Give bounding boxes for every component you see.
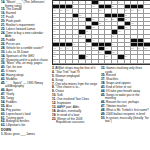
cell-number: 49 [105,47,107,49]
cell-number: 2 [73,1,74,3]
cell-number: 53 [53,51,55,53]
cell-number: 11 [112,5,114,7]
cell-number: 47 [66,47,68,49]
cell-number: 15 [99,9,101,11]
cell-number: 20 [79,14,81,16]
cell-number: 51 [138,47,140,49]
cell-number: 44 [112,43,114,45]
cell-number: 48 [92,47,94,49]
cell-number: 12 [53,9,55,11]
cell-number: 50 [131,47,133,49]
down-clues-right-column: 33. Games involving only three cards35. … [101,67,149,124]
cell-number: 24 [92,18,94,20]
cell-number: 54 [99,51,101,53]
cell-number: 38 [79,35,81,37]
clue-item: 50. In unison, musically (literally "for… [101,117,149,124]
cell-number: 29 [99,22,101,24]
cell-number: 7 [118,1,119,3]
cell-number: 33 [125,26,127,28]
cell-number: 10 [92,5,94,7]
cell-number: 21 [125,14,127,16]
cell-number: 36 [118,30,120,32]
cell-number: 55 [112,51,114,53]
cell-number: 9 [73,5,74,7]
cell-number: 23 [73,18,75,20]
cell-number: 59 [125,55,127,57]
down-clue-list-start: 1. Blues great ___ James [1,133,50,137]
cell-number: 34 [53,30,55,32]
cell-number: 39 [112,35,114,37]
cell-number: 58 [105,55,107,57]
cell-number: 18 [138,9,140,11]
clue-item: 23. Winner of the 2008 Republican caucus… [52,118,98,125]
cell-number: 17 [131,9,133,11]
cell-number: 3 [79,1,80,3]
down-clues-middle-column: 3. Airport shops may be free of it4. "St… [52,67,98,125]
across-clues-column: 14. "Movin' ___" (The Jeffersons' theme … [1,1,50,137]
cell-number: 27 [125,18,127,20]
cell-number: 42 [73,43,75,45]
cell-number: 31 [53,26,55,28]
down-clue-list-right: 33. Games involving only three cards35. … [101,67,149,124]
white-cell[interactable] [144,60,150,64]
cell-number: 56 [53,55,55,57]
cell-number: 41 [92,39,94,41]
cell-number: 35 [86,30,88,32]
cell-number: 45 [53,47,55,49]
cell-number: 57 [86,55,88,57]
across-clue-list: 14. "Movin' ___" (The Jeffersons' theme … [1,1,50,128]
cell-number: 16 [125,9,127,11]
cell-number: 40 [53,39,55,41]
crossword-board[interactable]: 1234567891011121314151617181920212223242… [52,0,150,65]
cell-number: 22 [53,18,55,20]
cell-number: 32 [92,26,94,28]
cell-number: 13 [60,9,62,11]
clue-item: 63. Lilliputian's kin [1,124,50,128]
cell-number: 60 [53,60,55,62]
cell-number: 8 [144,1,145,3]
cell-number: 43 [86,43,88,45]
cell-number: 1 [53,1,54,3]
cell-number: 25 [105,18,107,20]
down-clue-list-middle: 3. Airport shops may be free of it4. "St… [52,67,98,125]
cell-number: 46 [60,47,62,49]
cell-number: 6 [112,1,113,3]
cell-number: 19 [53,14,55,16]
cell-number: 5 [99,1,100,3]
crossword-grid: 1234567891011121314151617181920212223242… [52,0,150,65]
cell-number: 14 [66,9,68,11]
clue-item: 1. Blues great ___ James [1,133,50,137]
cell-number: 4 [86,1,87,3]
cell-number: 26 [112,18,114,20]
cell-number: 30 [131,22,133,24]
cell-number: 37 [53,35,55,37]
cell-number: 28 [53,22,55,24]
cell-number: 52 [144,47,146,49]
